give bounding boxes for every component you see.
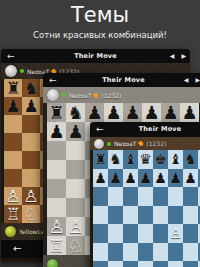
board-square[interactable]: ♟ bbox=[180, 103, 199, 122]
board-square[interactable] bbox=[93, 206, 108, 225]
board-square[interactable] bbox=[123, 224, 138, 243]
board-square[interactable]: ♙ bbox=[168, 224, 183, 243]
chess-piece-white-pawn: ♙ bbox=[169, 224, 182, 243]
board-square[interactable] bbox=[198, 243, 200, 262]
page-title: Темы bbox=[0, 3, 200, 27]
board-square[interactable]: ♟ bbox=[4, 97, 22, 115]
board-square[interactable]: ♙ bbox=[47, 217, 66, 236]
board-square[interactable]: ♞ bbox=[108, 150, 123, 169]
chess-piece-black-pawn: ♟ bbox=[86, 103, 102, 122]
board-square[interactable] bbox=[4, 169, 22, 187]
board-square[interactable]: ♟ bbox=[123, 169, 138, 188]
chess-piece-black-bishop: ♝ bbox=[169, 150, 182, 169]
board-square[interactable] bbox=[168, 243, 183, 262]
app-toolbar: ← Their Move ◀▶ bbox=[90, 122, 200, 137]
opponent-rating: (1232) bbox=[101, 92, 121, 99]
board-square[interactable] bbox=[108, 206, 123, 225]
board-square[interactable] bbox=[123, 261, 138, 267]
board-square[interactable]: ♟ bbox=[66, 122, 85, 141]
board-square[interactable] bbox=[138, 206, 153, 225]
chess-piece-black-pawn: ♟ bbox=[143, 103, 159, 122]
board-square[interactable] bbox=[66, 198, 85, 217]
board-square[interactable] bbox=[4, 151, 22, 169]
board-square[interactable] bbox=[4, 133, 22, 151]
chess-piece-white-pawn: ♙ bbox=[5, 187, 20, 205]
board-square[interactable]: ♟ bbox=[93, 169, 108, 188]
avatar bbox=[47, 89, 59, 101]
board-square[interactable] bbox=[183, 187, 198, 206]
board-square[interactable] bbox=[47, 141, 66, 160]
app-toolbar: ← Their Move ◀▶ bbox=[43, 73, 200, 87]
online-dot-icon bbox=[62, 93, 66, 97]
theme-card-blue: ← Their Move ◀▶ NezoaT (1232) ♜♞♝♛♚♝♞♟♟♟… bbox=[90, 122, 200, 267]
chess-piece-black-knight: ♞ bbox=[23, 79, 38, 97]
board-square[interactable]: ♟ bbox=[47, 122, 66, 141]
flame-icon bbox=[138, 140, 144, 146]
board-square[interactable]: ♟ bbox=[142, 103, 161, 122]
board-square[interactable] bbox=[22, 115, 40, 133]
chess-piece-black-rook: ♜ bbox=[5, 79, 20, 97]
board-square[interactable]: ♜ bbox=[93, 150, 108, 169]
avatar bbox=[94, 139, 104, 149]
board-square[interactable] bbox=[183, 206, 198, 225]
board-square[interactable]: ♟ bbox=[123, 103, 142, 122]
board-square[interactable] bbox=[138, 224, 153, 243]
chess-piece-black-knight: ♞ bbox=[109, 150, 122, 169]
back-arrow-icon[interactable]: ← bbox=[13, 240, 21, 258]
move-nav: ◀▶ bbox=[163, 49, 186, 63]
chess-piece-white-pawn: ♙ bbox=[23, 187, 38, 205]
board-square[interactable]: ♚ bbox=[153, 150, 168, 169]
chess-piece-white-pawn: ♙ bbox=[67, 217, 83, 236]
chess-piece-black-pawn: ♟ bbox=[181, 103, 197, 122]
opponent-name: NezoaT bbox=[114, 140, 136, 147]
chess-piece-black-pawn: ♟ bbox=[5, 97, 20, 115]
chess-piece-white-pawn: ♙ bbox=[48, 217, 64, 236]
flame-icon bbox=[93, 92, 99, 98]
board-square[interactable]: ♞ bbox=[183, 150, 198, 169]
board-square[interactable]: ♘ bbox=[22, 205, 40, 223]
board-square[interactable] bbox=[123, 243, 138, 262]
board-square[interactable] bbox=[138, 187, 153, 206]
board-square[interactable]: ♜ bbox=[4, 79, 22, 97]
board-square[interactable]: ♙ bbox=[22, 187, 40, 205]
chess-piece-black-rook: ♜ bbox=[48, 103, 64, 122]
chess-piece-black-pawn: ♟ bbox=[154, 169, 167, 188]
board-square[interactable] bbox=[108, 261, 123, 267]
board-square[interactable] bbox=[198, 261, 200, 267]
chess-piece-black-pawn: ♟ bbox=[105, 103, 121, 122]
chess-piece-black-pawn: ♟ bbox=[124, 169, 137, 188]
board-square[interactable] bbox=[168, 187, 183, 206]
board-square[interactable] bbox=[153, 243, 168, 262]
chess-board-blue[interactable]: ♜♞♝♛♚♝♞♟♟♟♟♟♟♟♙ bbox=[93, 150, 200, 267]
player-name: YellowLe bbox=[19, 228, 44, 235]
board-square[interactable]: ♞ bbox=[66, 103, 85, 122]
chess-piece-black-pawn: ♟ bbox=[124, 103, 140, 122]
board-square[interactable]: ♝ bbox=[123, 150, 138, 169]
board-square[interactable] bbox=[183, 243, 198, 262]
board-square[interactable] bbox=[47, 179, 66, 198]
board-square[interactable] bbox=[138, 243, 153, 262]
board-square[interactable] bbox=[108, 187, 123, 206]
online-dot-icon bbox=[20, 69, 24, 73]
board-square[interactable] bbox=[93, 224, 108, 243]
promo-screenshot: Темы Сотни красивых комбинаций! ← Their … bbox=[0, 0, 200, 267]
online-dot-icon bbox=[107, 142, 111, 146]
chess-piece-black-pawn: ♟ bbox=[169, 169, 182, 188]
board-square[interactable]: ♟ bbox=[108, 169, 123, 188]
board-square[interactable]: ♟ bbox=[104, 103, 123, 122]
board-square[interactable]: ♛ bbox=[138, 150, 153, 169]
board-square[interactable] bbox=[198, 169, 200, 188]
move-nav: ◀▶ bbox=[177, 73, 200, 87]
board-square[interactable]: ♙ bbox=[66, 217, 85, 236]
chess-piece-black-pawn: ♟ bbox=[48, 122, 64, 141]
chess-piece-black-pawn: ♟ bbox=[162, 103, 178, 122]
board-square[interactable] bbox=[198, 150, 200, 169]
chess-piece-black-pawn: ♟ bbox=[139, 169, 152, 188]
chess-piece-white-rook: ♖ bbox=[5, 205, 20, 223]
opponent-row: NezoaT (1232) bbox=[90, 137, 200, 150]
board-square[interactable]: ♝ bbox=[168, 150, 183, 169]
board-square[interactable] bbox=[66, 141, 85, 160]
board-square[interactable]: ♘ bbox=[66, 236, 85, 255]
next-move-icon[interactable]: ▶ bbox=[181, 52, 186, 59]
board-square[interactable] bbox=[66, 160, 85, 179]
chess-piece-black-queen: ♛ bbox=[139, 150, 152, 169]
board-square[interactable] bbox=[66, 179, 85, 198]
board-square[interactable] bbox=[198, 206, 200, 225]
board-square[interactable] bbox=[153, 206, 168, 225]
board-square[interactable] bbox=[4, 115, 22, 133]
board-square[interactable] bbox=[47, 160, 66, 179]
board-square[interactable]: ♟ bbox=[183, 169, 198, 188]
chess-piece-black-pawn: ♟ bbox=[94, 169, 107, 188]
board-square[interactable] bbox=[168, 206, 183, 225]
toolbar-title: Their Move bbox=[1, 49, 190, 63]
board-square[interactable] bbox=[108, 224, 123, 243]
chess-piece-black-pawn: ♟ bbox=[23, 97, 38, 115]
board-square[interactable]: ♟ bbox=[85, 103, 104, 122]
board-square[interactable] bbox=[138, 261, 153, 267]
avatar bbox=[5, 65, 17, 77]
chess-piece-black-pawn: ♟ bbox=[184, 169, 197, 188]
board-square[interactable] bbox=[93, 261, 108, 267]
board-square[interactable] bbox=[153, 224, 168, 243]
board-square[interactable] bbox=[22, 133, 40, 151]
board-square[interactable] bbox=[22, 169, 40, 187]
board-square[interactable] bbox=[93, 243, 108, 262]
opponent-rating: (1232) bbox=[146, 140, 166, 147]
chess-piece-black-knight: ♞ bbox=[184, 150, 197, 169]
board-square[interactable] bbox=[198, 224, 200, 243]
page-subtitle: Сотни красивых комбинаций! bbox=[0, 30, 200, 40]
chess-piece-black-pawn: ♟ bbox=[109, 169, 122, 188]
board-square[interactable] bbox=[93, 187, 108, 206]
prev-move-icon[interactable]: ◀ bbox=[170, 52, 175, 59]
board-square[interactable]: ♟ bbox=[138, 169, 153, 188]
board-square[interactable]: ♙ bbox=[4, 187, 22, 205]
chess-piece-white-knight: ♘ bbox=[23, 205, 38, 223]
board-square[interactable]: ♟ bbox=[168, 169, 183, 188]
board-square[interactable]: ♟ bbox=[22, 97, 40, 115]
board-square[interactable]: ♖ bbox=[47, 236, 66, 255]
chess-piece-black-bishop: ♝ bbox=[124, 150, 137, 169]
opponent-row: NezoaT (1232) bbox=[43, 87, 200, 103]
chess-piece-white-rook: ♖ bbox=[48, 236, 64, 255]
board-square[interactable]: ♖ bbox=[4, 205, 22, 223]
board-square[interactable]: ♜ bbox=[47, 103, 66, 122]
board-square[interactable] bbox=[123, 187, 138, 206]
board-square[interactable] bbox=[168, 261, 183, 267]
prev-move-icon[interactable]: ◀ bbox=[184, 76, 189, 83]
board-square[interactable] bbox=[183, 224, 198, 243]
chess-piece-black-king: ♚ bbox=[154, 150, 167, 169]
chess-piece-black-pawn: ♟ bbox=[67, 122, 83, 141]
board-square[interactable] bbox=[183, 261, 198, 267]
chess-piece-white-knight: ♘ bbox=[67, 236, 83, 255]
next-move-icon[interactable]: ▶ bbox=[195, 76, 200, 83]
chess-piece-black-rook: ♜ bbox=[94, 150, 107, 169]
avatar bbox=[5, 226, 16, 237]
app-toolbar: ← Their Move ◀▶ bbox=[1, 49, 190, 63]
board-square[interactable] bbox=[123, 206, 138, 225]
board-square[interactable] bbox=[108, 243, 123, 262]
board-square[interactable]: ♟ bbox=[161, 103, 180, 122]
toolbar-title: Their Move bbox=[90, 122, 200, 137]
board-square[interactable] bbox=[153, 187, 168, 206]
board-square[interactable]: ♞ bbox=[22, 79, 40, 97]
board-square[interactable] bbox=[198, 187, 200, 206]
board-square[interactable]: ♟ bbox=[153, 169, 168, 188]
board-square[interactable] bbox=[22, 151, 40, 169]
board-square[interactable] bbox=[153, 261, 168, 267]
opponent-name: NezoaT bbox=[69, 92, 91, 99]
avatar bbox=[47, 259, 58, 267]
chess-piece-black-knight: ♞ bbox=[67, 103, 83, 122]
board-square[interactable] bbox=[47, 198, 66, 217]
